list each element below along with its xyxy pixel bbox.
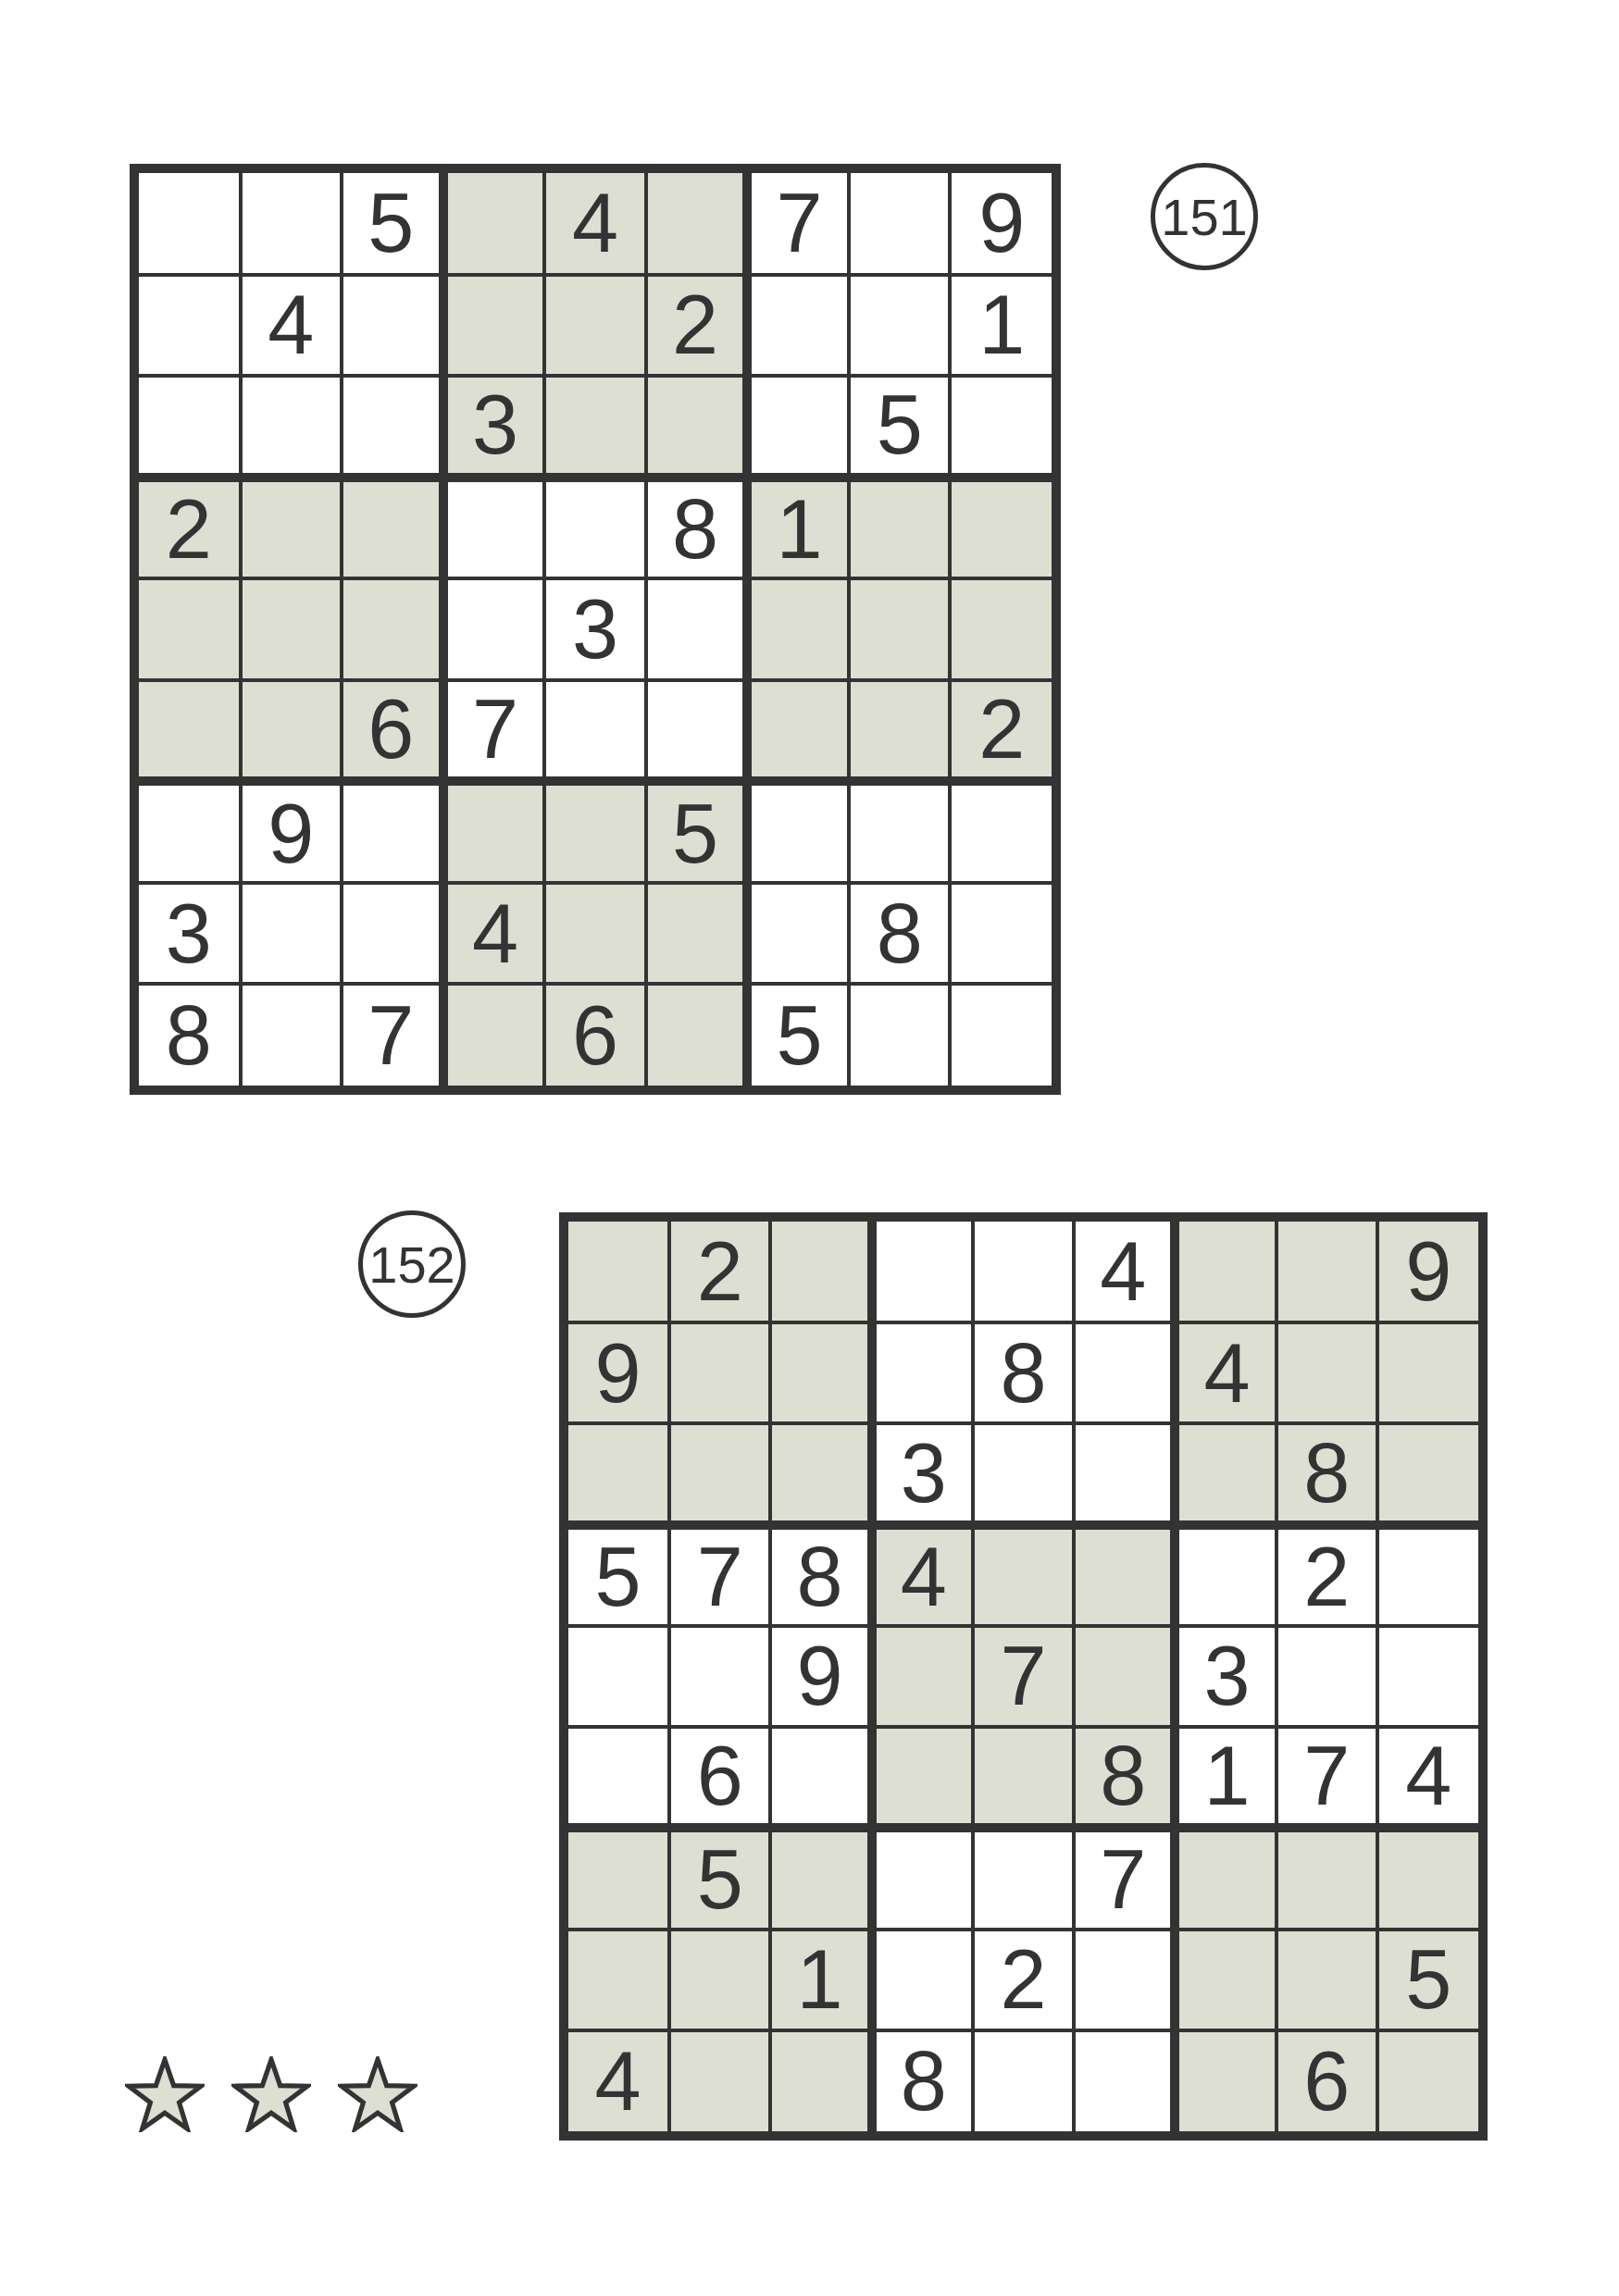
p151-cell-r1c8[interactable] <box>849 173 951 275</box>
p151-cell-r2c8[interactable] <box>849 275 951 377</box>
p152-cell-r3c1[interactable] <box>568 1423 669 1524</box>
p151-cell-r1c3: 5 <box>342 173 443 275</box>
difficulty-rating <box>125 2056 417 2132</box>
p151-cell-r3c7[interactable] <box>747 376 849 478</box>
p151-cell-r7c4[interactable] <box>443 781 545 883</box>
p151-cell-r1c1[interactable] <box>139 173 241 275</box>
p151-cell-r8c3[interactable] <box>342 883 443 985</box>
star-icon <box>338 2056 417 2132</box>
p151-cell-r7c2: 9 <box>241 781 342 883</box>
p152-cell-r1c5[interactable] <box>973 1222 1074 1322</box>
p152-cell-r1c9: 9 <box>1377 1222 1478 1322</box>
p152-cell-r6c4[interactable] <box>872 1727 973 1828</box>
p152-cell-r1c1[interactable] <box>568 1222 669 1322</box>
p152-cell-r2c8[interactable] <box>1277 1322 1377 1423</box>
p152-cell-r4c7[interactable] <box>1175 1525 1276 1626</box>
p152-cell-r2c2[interactable] <box>669 1322 770 1423</box>
p152-cell-r6c9: 4 <box>1377 1727 1478 1828</box>
p152-cell-r5c2[interactable] <box>669 1626 770 1727</box>
p151-cell-r8c7[interactable] <box>747 883 849 985</box>
p152-cell-r7c5[interactable] <box>973 1828 1074 1929</box>
p151-cell-r6c1[interactable] <box>139 680 241 782</box>
p151-cell-r5c5: 3 <box>544 578 646 680</box>
p151-cell-r5c7[interactable] <box>747 578 849 680</box>
p152-cell-r2c4[interactable] <box>872 1322 973 1423</box>
p151-cell-r5c2[interactable] <box>241 578 342 680</box>
p152-cell-r4c8: 2 <box>1277 1525 1377 1626</box>
p151-cell-r1c2[interactable] <box>241 173 342 275</box>
puzzle-152-number-badge: 152 <box>358 1210 466 1318</box>
puzzle-152-number: 152 <box>368 1235 455 1295</box>
p151-cell-r4c7: 1 <box>747 478 849 579</box>
p151-cell-r8c8: 8 <box>849 883 951 985</box>
p151-cell-r5c6[interactable] <box>646 578 748 680</box>
star-icon <box>231 2056 311 2132</box>
p152-cell-r8c2[interactable] <box>669 1930 770 2030</box>
p152-cell-r9c9[interactable] <box>1377 2030 1478 2131</box>
p151-cell-r7c8[interactable] <box>849 781 951 883</box>
p151-cell-r8c5[interactable] <box>544 883 646 985</box>
p151-cell-r4c1: 2 <box>139 478 241 579</box>
p151-cell-r5c3[interactable] <box>342 578 443 680</box>
p151-cell-r5c4[interactable] <box>443 578 545 680</box>
p151-cell-r9c3: 7 <box>342 984 443 1086</box>
p151-cell-r5c9[interactable] <box>950 578 1052 680</box>
p152-cell-r1c6: 4 <box>1074 1222 1175 1322</box>
p151-cell-r1c4[interactable] <box>443 173 545 275</box>
p152-cell-r4c1: 5 <box>568 1525 669 1626</box>
p151-cell-r6c5[interactable] <box>544 680 646 782</box>
p151-cell-r2c5[interactable] <box>544 275 646 377</box>
p152-cell-r6c1[interactable] <box>568 1727 669 1828</box>
p152-cell-r1c2: 2 <box>669 1222 770 1322</box>
p152-cell-r9c3[interactable] <box>770 2030 871 2131</box>
p151-cell-r7c6: 5 <box>646 781 748 883</box>
p151-cell-r1c7: 7 <box>747 173 849 275</box>
p151-cell-r4c2[interactable] <box>241 478 342 579</box>
p152-cell-r3c5[interactable] <box>973 1423 1074 1524</box>
p151-cell-r4c8[interactable] <box>849 478 951 579</box>
p151-cell-r8c2[interactable] <box>241 883 342 985</box>
p152-cell-r6c3[interactable] <box>770 1727 871 1828</box>
p152-cell-r4c2: 7 <box>669 1525 770 1626</box>
p151-cell-r6c4: 7 <box>443 680 545 782</box>
p152-cell-r2c7: 4 <box>1175 1322 1276 1423</box>
p151-cell-r2c9: 1 <box>950 275 1052 377</box>
p151-cell-r6c8[interactable] <box>849 680 951 782</box>
p152-cell-r4c4: 4 <box>872 1525 973 1626</box>
p151-cell-r3c9[interactable] <box>950 376 1052 478</box>
p152-cell-r2c6[interactable] <box>1074 1322 1175 1423</box>
p152-cell-r7c1[interactable] <box>568 1828 669 1929</box>
p152-cell-r3c7[interactable] <box>1175 1423 1276 1524</box>
p152-cell-r8c1[interactable] <box>568 1930 669 2030</box>
p151-cell-r9c7: 5 <box>747 984 849 1086</box>
p152-cell-r2c3[interactable] <box>770 1322 871 1423</box>
p152-cell-r6c2: 6 <box>669 1727 770 1828</box>
p151-cell-r4c4[interactable] <box>443 478 545 579</box>
p151-cell-r7c1[interactable] <box>139 781 241 883</box>
p151-cell-r2c6: 2 <box>646 275 748 377</box>
p151-cell-r6c2[interactable] <box>241 680 342 782</box>
p151-cell-r9c9[interactable] <box>950 984 1052 1086</box>
p152-cell-r3c2[interactable] <box>669 1423 770 1524</box>
p151-cell-r4c5[interactable] <box>544 478 646 579</box>
puzzle-151-number: 151 <box>1161 187 1247 247</box>
p152-cell-r6c6: 8 <box>1074 1727 1175 1828</box>
p151-cell-r4c6: 8 <box>646 478 748 579</box>
p151-cell-r1c6[interactable] <box>646 173 748 275</box>
p152-cell-r7c4[interactable] <box>872 1828 973 1929</box>
p152-cell-r7c6: 7 <box>1074 1828 1175 1929</box>
p152-cell-r9c7[interactable] <box>1175 2030 1276 2131</box>
p151-cell-r6c6[interactable] <box>646 680 748 782</box>
p151-cell-r8c6[interactable] <box>646 883 748 985</box>
p152-cell-r8c6[interactable] <box>1074 1930 1175 2030</box>
p151-cell-r2c2: 4 <box>241 275 342 377</box>
p151-cell-r1c5: 4 <box>544 173 646 275</box>
p151-cell-r3c6[interactable] <box>646 376 748 478</box>
p152-cell-r7c8[interactable] <box>1277 1828 1377 1929</box>
sudoku-grid-152: 24998438578429736817457125486 <box>559 1212 1488 2141</box>
p151-cell-r5c8[interactable] <box>849 578 951 680</box>
p152-cell-r6c5[interactable] <box>973 1727 1074 1828</box>
p152-cell-r5c6[interactable] <box>1074 1626 1175 1727</box>
p152-cell-r8c9: 5 <box>1377 1930 1478 2030</box>
p152-cell-r3c6[interactable] <box>1074 1423 1175 1524</box>
p151-cell-r2c7[interactable] <box>747 275 849 377</box>
p151-cell-r7c7[interactable] <box>747 781 849 883</box>
p152-cell-r9c4: 8 <box>872 2030 973 2131</box>
p151-cell-r8c1: 3 <box>139 883 241 985</box>
p152-cell-r1c8[interactable] <box>1277 1222 1377 1322</box>
p151-cell-r3c1[interactable] <box>139 376 241 478</box>
p151-cell-r7c9[interactable] <box>950 781 1052 883</box>
p151-cell-r4c3[interactable] <box>342 478 443 579</box>
p151-cell-r6c9: 2 <box>950 680 1052 782</box>
p152-cell-r1c4[interactable] <box>872 1222 973 1322</box>
p152-cell-r5c1[interactable] <box>568 1626 669 1727</box>
p151-cell-r8c9[interactable] <box>950 883 1052 985</box>
p152-cell-r4c5[interactable] <box>973 1525 1074 1626</box>
p151-cell-r5c1[interactable] <box>139 578 241 680</box>
star-icon <box>125 2056 205 2132</box>
p151-cell-r7c5[interactable] <box>544 781 646 883</box>
p152-cell-r8c4[interactable] <box>872 1930 973 2030</box>
p151-cell-r2c1[interactable] <box>139 275 241 377</box>
p152-cell-r1c7[interactable] <box>1175 1222 1276 1322</box>
p151-cell-r9c4[interactable] <box>443 984 545 1086</box>
p152-cell-r6c8: 7 <box>1277 1727 1377 1828</box>
p152-cell-r4c3: 8 <box>770 1525 871 1626</box>
p151-cell-r3c4: 3 <box>443 376 545 478</box>
p151-cell-r4c9[interactable] <box>950 478 1052 579</box>
p152-cell-r9c8: 6 <box>1277 2030 1377 2131</box>
p152-cell-r3c4: 3 <box>872 1423 973 1524</box>
p151-cell-r3c2[interactable] <box>241 376 342 478</box>
p152-cell-r5c4[interactable] <box>872 1626 973 1727</box>
p152-cell-r5c5: 7 <box>973 1626 1074 1727</box>
p152-cell-r8c7[interactable] <box>1175 1930 1276 2030</box>
p151-cell-r2c3[interactable] <box>342 275 443 377</box>
p152-cell-r3c8: 8 <box>1277 1423 1377 1524</box>
p152-cell-r4c6[interactable] <box>1074 1525 1175 1626</box>
p151-cell-r9c8[interactable] <box>849 984 951 1086</box>
p151-cell-r3c5[interactable] <box>544 376 646 478</box>
p152-cell-r3c3[interactable] <box>770 1423 871 1524</box>
p151-cell-r2c4[interactable] <box>443 275 545 377</box>
p151-cell-r9c1: 8 <box>139 984 241 1086</box>
p152-cell-r8c8[interactable] <box>1277 1930 1377 2030</box>
p152-cell-r5c8[interactable] <box>1277 1626 1377 1727</box>
p152-cell-r8c3: 1 <box>770 1930 871 2030</box>
p152-cell-r5c3: 9 <box>770 1626 871 1727</box>
p152-cell-r4c9[interactable] <box>1377 1525 1478 1626</box>
p151-cell-r6c3: 6 <box>342 680 443 782</box>
p151-cell-r1c9: 9 <box>950 173 1052 275</box>
p151-cell-r3c8: 5 <box>849 376 951 478</box>
p151-cell-r7c3[interactable] <box>342 781 443 883</box>
p152-cell-r6c7: 1 <box>1175 1727 1276 1828</box>
p151-cell-r8c4: 4 <box>443 883 545 985</box>
p152-cell-r5c9[interactable] <box>1377 1626 1478 1727</box>
p152-cell-r1c3[interactable] <box>770 1222 871 1322</box>
p152-cell-r7c2: 5 <box>669 1828 770 1929</box>
p151-cell-r9c6[interactable] <box>646 984 748 1086</box>
p151-cell-r6c7[interactable] <box>747 680 849 782</box>
p151-cell-r9c2[interactable] <box>241 984 342 1086</box>
p152-cell-r2c9[interactable] <box>1377 1322 1478 1423</box>
puzzle-151-number-badge: 151 <box>1151 163 1258 270</box>
sudoku-grid-151: 5479421352813672953488765 <box>130 164 1061 1095</box>
p152-cell-r7c3[interactable] <box>770 1828 871 1929</box>
p152-cell-r3c9[interactable] <box>1377 1423 1478 1524</box>
p152-cell-r5c7: 3 <box>1175 1626 1276 1727</box>
p152-cell-r2c1: 9 <box>568 1322 669 1423</box>
p152-cell-r9c1: 4 <box>568 2030 669 2131</box>
p151-cell-r9c5: 6 <box>544 984 646 1086</box>
p152-cell-r9c6[interactable] <box>1074 2030 1175 2131</box>
p152-cell-r7c7[interactable] <box>1175 1828 1276 1929</box>
p152-cell-r2c5: 8 <box>973 1322 1074 1423</box>
p152-cell-r7c9[interactable] <box>1377 1828 1478 1929</box>
p151-cell-r3c3[interactable] <box>342 376 443 478</box>
p152-cell-r9c5[interactable] <box>973 2030 1074 2131</box>
p152-cell-r9c2[interactable] <box>669 2030 770 2131</box>
p152-cell-r8c5: 2 <box>973 1930 1074 2030</box>
